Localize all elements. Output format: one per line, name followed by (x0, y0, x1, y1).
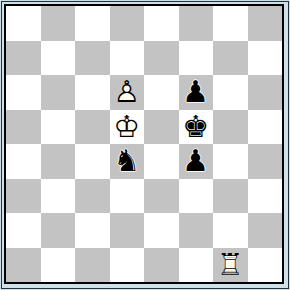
white-piece-outline: ♔ (110, 110, 145, 145)
square-h2[interactable] (248, 213, 283, 248)
square-a3[interactable] (6, 179, 41, 214)
square-h8[interactable] (248, 6, 283, 41)
square-d8[interactable] (110, 6, 145, 41)
chess-board: ♟♙♟♚♔♚♞♟♜♖ (4, 4, 284, 284)
square-g6[interactable] (213, 75, 248, 110)
square-d2[interactable] (110, 213, 145, 248)
square-e5[interactable] (144, 110, 179, 145)
square-a7[interactable] (6, 41, 41, 76)
square-h1[interactable] (248, 248, 283, 283)
black-pawn-f4[interactable]: ♟ (179, 144, 214, 179)
square-f5[interactable]: ♚ (179, 110, 214, 145)
square-a1[interactable] (6, 248, 41, 283)
square-d1[interactable] (110, 248, 145, 283)
square-e3[interactable] (144, 179, 179, 214)
square-g1[interactable]: ♜♖ (213, 248, 248, 283)
square-f4[interactable]: ♟ (179, 144, 214, 179)
square-e1[interactable] (144, 248, 179, 283)
chess-diagram: ♟♙♟♚♔♚♞♟♜♖ (0, 0, 290, 290)
square-h5[interactable] (248, 110, 283, 145)
square-h7[interactable] (248, 41, 283, 76)
square-b6[interactable] (41, 75, 76, 110)
square-c8[interactable] (75, 6, 110, 41)
square-d5[interactable]: ♚♔ (110, 110, 145, 145)
square-g5[interactable] (213, 110, 248, 145)
square-a6[interactable] (6, 75, 41, 110)
square-c7[interactable] (75, 41, 110, 76)
square-a4[interactable] (6, 144, 41, 179)
square-c6[interactable] (75, 75, 110, 110)
square-a2[interactable] (6, 213, 41, 248)
square-b3[interactable] (41, 179, 76, 214)
white-piece-outline: ♖ (213, 248, 248, 283)
white-rook-g1[interactable]: ♜♖ (213, 248, 248, 283)
square-b5[interactable] (41, 110, 76, 145)
square-e8[interactable] (144, 6, 179, 41)
square-b4[interactable] (41, 144, 76, 179)
square-d6[interactable]: ♟♙ (110, 75, 145, 110)
square-b8[interactable] (41, 6, 76, 41)
square-c5[interactable] (75, 110, 110, 145)
square-e2[interactable] (144, 213, 179, 248)
white-pawn-d6[interactable]: ♟♙ (110, 75, 145, 110)
square-b2[interactable] (41, 213, 76, 248)
square-g2[interactable] (213, 213, 248, 248)
square-d4[interactable]: ♞ (110, 144, 145, 179)
square-h3[interactable] (248, 179, 283, 214)
square-g3[interactable] (213, 179, 248, 214)
square-g7[interactable] (213, 41, 248, 76)
square-a8[interactable] (6, 6, 41, 41)
square-b1[interactable] (41, 248, 76, 283)
square-f7[interactable] (179, 41, 214, 76)
square-b7[interactable] (41, 41, 76, 76)
square-f3[interactable] (179, 179, 214, 214)
square-f6[interactable]: ♟ (179, 75, 214, 110)
square-d3[interactable] (110, 179, 145, 214)
square-a5[interactable] (6, 110, 41, 145)
black-knight-d4[interactable]: ♞ (110, 144, 145, 179)
black-pawn-f6[interactable]: ♟ (179, 75, 214, 110)
square-g4[interactable] (213, 144, 248, 179)
white-king-d5[interactable]: ♚♔ (110, 110, 145, 145)
square-g8[interactable] (213, 6, 248, 41)
square-c2[interactable] (75, 213, 110, 248)
black-king-f5[interactable]: ♚ (179, 110, 214, 145)
square-c1[interactable] (75, 248, 110, 283)
square-e7[interactable] (144, 41, 179, 76)
square-f1[interactable] (179, 248, 214, 283)
white-piece-outline: ♙ (110, 75, 145, 110)
square-c3[interactable] (75, 179, 110, 214)
square-c4[interactable] (75, 144, 110, 179)
square-d7[interactable] (110, 41, 145, 76)
square-h4[interactable] (248, 144, 283, 179)
square-f2[interactable] (179, 213, 214, 248)
square-e4[interactable] (144, 144, 179, 179)
square-e6[interactable] (144, 75, 179, 110)
square-h6[interactable] (248, 75, 283, 110)
square-f8[interactable] (179, 6, 214, 41)
